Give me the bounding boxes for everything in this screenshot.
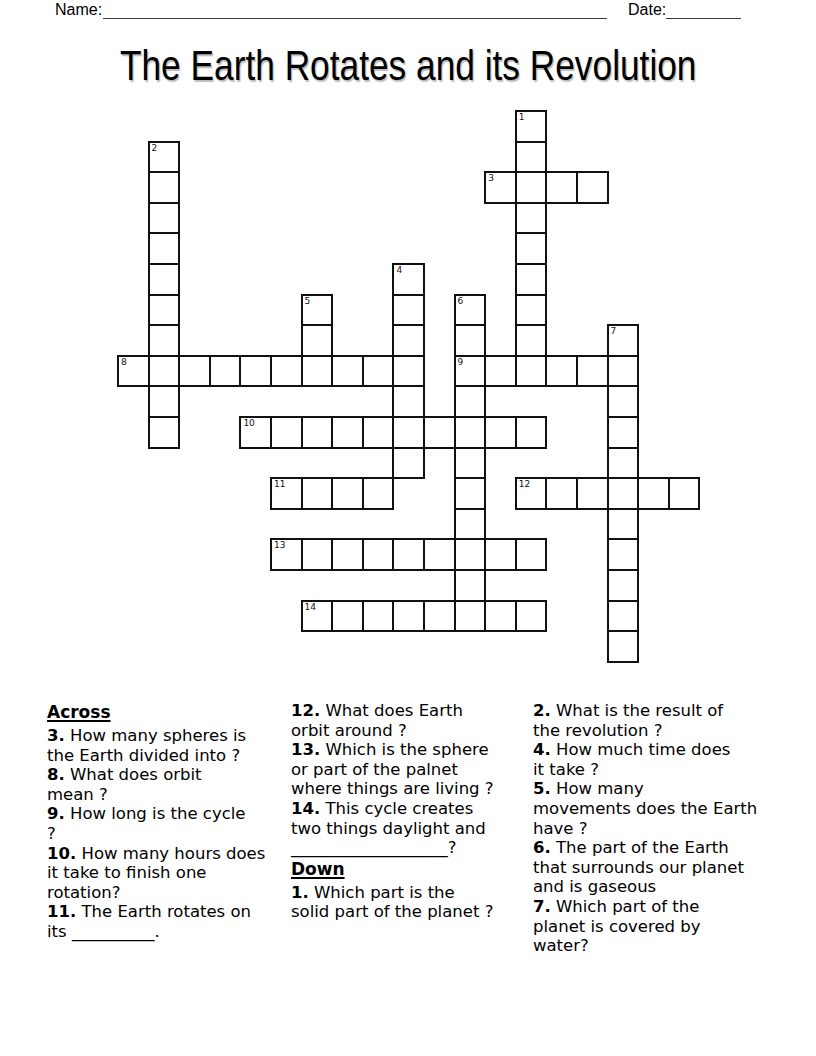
grid-cell[interactable] xyxy=(515,141,548,174)
grid-cell[interactable] xyxy=(515,294,548,327)
grid-cell[interactable] xyxy=(515,232,548,265)
grid-cell[interactable] xyxy=(454,447,487,480)
grid-cell[interactable] xyxy=(270,416,303,449)
clue-number: 7 xyxy=(611,326,617,337)
clue-number: 6 xyxy=(458,296,464,307)
clue-11-across-number: 11. xyxy=(47,902,76,921)
grid-cell[interactable] xyxy=(148,263,181,296)
clue-number: 13 xyxy=(274,540,285,551)
grid-cell[interactable] xyxy=(545,171,578,204)
clue-number: 8 xyxy=(121,357,127,368)
grid-cell[interactable] xyxy=(607,630,640,663)
grid-cell[interactable] xyxy=(331,416,364,449)
grid-cell[interactable] xyxy=(607,416,640,449)
grid-cell[interactable] xyxy=(392,600,425,633)
clue-8-across-number: 8. xyxy=(47,765,65,784)
grid-cell[interactable]: 4 xyxy=(392,263,425,296)
clue-8-across-text: What does orbit mean ? xyxy=(47,765,202,804)
clue-3-across-number: 3. xyxy=(47,726,65,745)
grid-cell[interactable] xyxy=(607,569,640,602)
clue-14-across-text: This cycle creates two things daylight a… xyxy=(291,799,486,857)
clue-6-down-number: 6. xyxy=(533,838,551,857)
date-label: Date: xyxy=(628,1,666,19)
clue-5-down-number: 5. xyxy=(533,779,551,798)
grid-cell[interactable] xyxy=(331,538,364,571)
clue-13-across: 13. Which is the sphere or part of the p… xyxy=(291,740,531,799)
clues-column-2: 12. What does Earth orbit around ?13. Wh… xyxy=(291,701,531,922)
clue-number: 1 xyxy=(519,112,525,123)
grid-cell[interactable] xyxy=(454,508,487,541)
clue-9-across-text: How long is the cycle ? xyxy=(47,804,246,843)
grid-cell[interactable] xyxy=(484,355,517,388)
grid-cell[interactable] xyxy=(607,508,640,541)
grid-cell[interactable] xyxy=(148,232,181,265)
clue-4-down: 4. How much time does it take ? xyxy=(533,740,785,779)
grid-cell[interactable] xyxy=(515,202,548,235)
clue-2-down: 2. What is the result of the revolution … xyxy=(533,701,785,740)
grid-cell[interactable] xyxy=(209,355,242,388)
clue-1-down: 1. Which part is the solid part of the p… xyxy=(291,883,531,922)
grid-cell[interactable]: 10 xyxy=(239,416,272,449)
grid-cell[interactable] xyxy=(607,355,640,388)
grid-cell[interactable]: 2 xyxy=(148,141,181,174)
clues-column-3: 2. What is the result of the revolution … xyxy=(533,701,785,956)
clue-8-across: 8. What does orbit mean ? xyxy=(47,765,293,804)
grid-cell[interactable]: 1 xyxy=(515,110,548,143)
grid-cell[interactable] xyxy=(607,385,640,418)
grid-cell[interactable] xyxy=(515,324,548,357)
grid-cell[interactable] xyxy=(484,538,517,571)
page-title: The Earth Rotates and its Revolution xyxy=(0,44,816,88)
grid-cell[interactable] xyxy=(148,171,181,204)
grid-cell[interactable] xyxy=(178,355,211,388)
grid-cell[interactable] xyxy=(454,416,487,449)
grid-cell[interactable] xyxy=(545,355,578,388)
date-input-line[interactable] xyxy=(666,2,741,19)
grid-cell[interactable] xyxy=(515,263,548,296)
clue-3-across-text: How many spheres is the Earth divided in… xyxy=(47,726,246,765)
grid-cell[interactable]: 11 xyxy=(270,477,303,510)
grid-cell[interactable] xyxy=(301,538,334,571)
clue-number: 12 xyxy=(519,479,530,490)
grid-cell[interactable] xyxy=(607,600,640,633)
grid-cell[interactable] xyxy=(607,538,640,571)
grid-cell[interactable] xyxy=(392,447,425,480)
grid-cell[interactable] xyxy=(148,385,181,418)
clue-number: 4 xyxy=(396,265,402,276)
grid-cell[interactable] xyxy=(545,477,578,510)
crossword-grid: 1234567891011121314 xyxy=(117,110,701,663)
name-input-line[interactable] xyxy=(103,2,607,19)
grid-cell[interactable] xyxy=(148,294,181,327)
grid-cell[interactable] xyxy=(423,416,456,449)
clue-10-across-number: 10. xyxy=(47,844,76,863)
clue-6-down-text: The part of the Earth that surrounds our… xyxy=(533,838,744,896)
clue-13-across-text: Which is the sphere or part of the palne… xyxy=(291,740,494,798)
grid-cell[interactable] xyxy=(515,355,548,388)
grid-cell[interactable]: 6 xyxy=(454,294,487,327)
clue-4-down-text: How much time does it take ? xyxy=(533,740,730,779)
grid-cell[interactable]: 14 xyxy=(301,600,334,633)
clue-5-down: 5. How many movements does the Earth hav… xyxy=(533,779,785,838)
clue-7-down: 7. Which part of the planet is covered b… xyxy=(533,897,785,956)
clue-7-down-text: Which part of the planet is covered by w… xyxy=(533,897,701,955)
grid-cell[interactable]: 3 xyxy=(484,171,517,204)
grid-cell[interactable] xyxy=(668,477,701,510)
clue-1-down-text: Which part is the solid part of the plan… xyxy=(291,883,493,922)
clue-9-across: 9. How long is the cycle ? xyxy=(47,804,293,843)
grid-cell[interactable] xyxy=(515,538,548,571)
clue-7-down-number: 7. xyxy=(533,897,551,916)
clue-12-across-number: 12. xyxy=(291,701,320,720)
grid-cell[interactable] xyxy=(576,171,609,204)
grid-cell[interactable] xyxy=(454,569,487,602)
clue-14-across: 14. This cycle creates two things daylig… xyxy=(291,799,531,858)
grid-cell[interactable] xyxy=(392,538,425,571)
clue-number: 5 xyxy=(305,296,311,307)
grid-cell[interactable] xyxy=(301,355,334,388)
grid-cell[interactable] xyxy=(392,355,425,388)
clue-10-across-text: How many hours does it take to finish on… xyxy=(47,844,265,902)
grid-cell[interactable] xyxy=(331,600,364,633)
down-heading: Down xyxy=(291,858,531,880)
grid-cell[interactable] xyxy=(454,385,487,418)
grid-cell[interactable] xyxy=(454,324,487,357)
clue-10-across: 10. How many hours does it take to finis… xyxy=(47,844,293,903)
clue-4-down-number: 4. xyxy=(533,740,551,759)
clue-2-down-text: What is the result of the revolution ? xyxy=(533,701,723,740)
worksheet-page: Name: Date: The Earth Rotates and its Re… xyxy=(0,0,816,1056)
clue-2-down-number: 2. xyxy=(533,701,551,720)
grid-cell[interactable] xyxy=(423,600,456,633)
clue-1-down-number: 1. xyxy=(291,883,309,902)
grid-cell[interactable]: 7 xyxy=(607,324,640,357)
grid-cell[interactable] xyxy=(148,202,181,235)
grid-cell[interactable] xyxy=(576,355,609,388)
grid-cell[interactable] xyxy=(239,355,272,388)
grid-cell[interactable]: 8 xyxy=(117,355,150,388)
clue-14-across-number: 14. xyxy=(291,799,320,818)
grid-cell[interactable] xyxy=(301,477,334,510)
name-label: Name: xyxy=(55,1,102,19)
grid-cell[interactable] xyxy=(576,477,609,510)
grid-cell[interactable] xyxy=(484,600,517,633)
clue-11-across: 11. The Earth rotates on its __________. xyxy=(47,902,293,941)
grid-cell[interactable] xyxy=(331,355,364,388)
grid-cell[interactable]: 13 xyxy=(270,538,303,571)
clue-5-down-text: How many movements does the Earth have ? xyxy=(533,779,757,837)
grid-cell[interactable] xyxy=(607,477,640,510)
clue-number: 3 xyxy=(488,173,494,184)
grid-cell[interactable] xyxy=(301,416,334,449)
grid-cell[interactable] xyxy=(607,447,640,480)
clue-9-across-number: 9. xyxy=(47,804,65,823)
grid-cell[interactable] xyxy=(362,477,395,510)
grid-cell[interactable] xyxy=(331,477,364,510)
grid-cell[interactable] xyxy=(392,416,425,449)
clue-number: 10 xyxy=(243,418,254,429)
grid-cell[interactable]: 9 xyxy=(454,355,487,388)
grid-cell[interactable] xyxy=(515,600,548,633)
clue-number: 9 xyxy=(458,357,464,368)
grid-cell[interactable] xyxy=(362,538,395,571)
grid-cell[interactable]: 5 xyxy=(301,294,334,327)
clue-11-across-text: The Earth rotates on its __________. xyxy=(47,902,251,941)
grid-cell[interactable] xyxy=(454,600,487,633)
grid-cell[interactable] xyxy=(148,324,181,357)
grid-cell[interactable] xyxy=(270,355,303,388)
grid-cell[interactable] xyxy=(392,385,425,418)
grid-cell[interactable] xyxy=(362,355,395,388)
clue-6-down: 6. The part of the Earth that surrounds … xyxy=(533,838,785,897)
clue-12-across: 12. What does Earth orbit around ? xyxy=(291,701,531,740)
clue-13-across-number: 13. xyxy=(291,740,320,759)
grid-cell[interactable] xyxy=(392,324,425,357)
clue-3-across: 3. How many spheres is the Earth divided… xyxy=(47,726,293,765)
grid-cell[interactable] xyxy=(148,416,181,449)
grid-cell[interactable] xyxy=(148,355,181,388)
across-heading: Across xyxy=(47,701,293,723)
clue-number: 2 xyxy=(152,143,158,154)
grid-cell[interactable] xyxy=(515,171,548,204)
clue-number: 11 xyxy=(274,479,285,490)
grid-cell[interactable] xyxy=(301,324,334,357)
grid-cell[interactable] xyxy=(423,538,456,571)
grid-cell[interactable] xyxy=(392,294,425,327)
grid-cell[interactable] xyxy=(515,416,548,449)
grid-cell[interactable] xyxy=(484,416,517,449)
grid-cell[interactable] xyxy=(454,477,487,510)
grid-cell[interactable]: 12 xyxy=(515,477,548,510)
grid-cell[interactable] xyxy=(362,416,395,449)
grid-cell[interactable] xyxy=(637,477,670,510)
clues-column-1: Across3. How many spheres is the Earth d… xyxy=(47,701,293,942)
clue-number: 14 xyxy=(305,602,316,613)
grid-cell[interactable] xyxy=(454,538,487,571)
grid-cell[interactable] xyxy=(362,600,395,633)
